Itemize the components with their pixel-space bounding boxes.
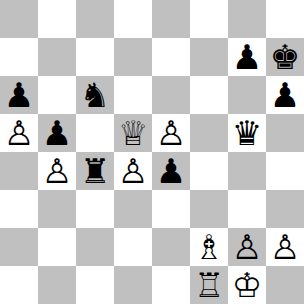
- square-c3[interactable]: [76, 190, 114, 228]
- white-queen[interactable]: ♕: [118, 114, 148, 152]
- square-a5[interactable]: ♙: [0, 114, 38, 152]
- square-a6[interactable]: ♟: [0, 76, 38, 114]
- black-knight[interactable]: ♞: [80, 76, 110, 114]
- square-c4[interactable]: ♜: [76, 152, 114, 190]
- square-g2[interactable]: ♙: [228, 228, 266, 266]
- square-e7[interactable]: [152, 38, 190, 76]
- square-g4[interactable]: [228, 152, 266, 190]
- square-h8[interactable]: [266, 0, 304, 38]
- square-f6[interactable]: [190, 76, 228, 114]
- square-g5[interactable]: ♛: [228, 114, 266, 152]
- square-d2[interactable]: [114, 228, 152, 266]
- white-pawn[interactable]: ♙: [42, 152, 72, 190]
- white-pawn[interactable]: ♙: [270, 228, 300, 266]
- square-c2[interactable]: [76, 228, 114, 266]
- square-f1[interactable]: ♖: [190, 266, 228, 304]
- square-b3[interactable]: [38, 190, 76, 228]
- square-g3[interactable]: [228, 190, 266, 228]
- square-b6[interactable]: [38, 76, 76, 114]
- square-d5[interactable]: ♕: [114, 114, 152, 152]
- square-d3[interactable]: [114, 190, 152, 228]
- square-f5[interactable]: [190, 114, 228, 152]
- square-h7[interactable]: ♚: [266, 38, 304, 76]
- square-f7[interactable]: [190, 38, 228, 76]
- square-g8[interactable]: [228, 0, 266, 38]
- square-e3[interactable]: [152, 190, 190, 228]
- square-h2[interactable]: ♙: [266, 228, 304, 266]
- square-h3[interactable]: [266, 190, 304, 228]
- square-e1[interactable]: [152, 266, 190, 304]
- square-c6[interactable]: ♞: [76, 76, 114, 114]
- square-f4[interactable]: [190, 152, 228, 190]
- square-f8[interactable]: [190, 0, 228, 38]
- square-h4[interactable]: [266, 152, 304, 190]
- black-queen[interactable]: ♛: [232, 114, 262, 152]
- square-e5[interactable]: ♙: [152, 114, 190, 152]
- white-pawn[interactable]: ♙: [156, 114, 186, 152]
- black-rook[interactable]: ♜: [80, 152, 110, 190]
- square-f3[interactable]: [190, 190, 228, 228]
- square-b7[interactable]: [38, 38, 76, 76]
- black-king[interactable]: ♚: [270, 38, 300, 76]
- square-f2[interactable]: ♗: [190, 228, 228, 266]
- square-d4[interactable]: ♙: [114, 152, 152, 190]
- square-c5[interactable]: [76, 114, 114, 152]
- square-a4[interactable]: [0, 152, 38, 190]
- square-e4[interactable]: ♟: [152, 152, 190, 190]
- white-pawn[interactable]: ♙: [232, 228, 262, 266]
- square-e8[interactable]: [152, 0, 190, 38]
- square-c7[interactable]: [76, 38, 114, 76]
- square-b4[interactable]: ♙: [38, 152, 76, 190]
- square-b2[interactable]: [38, 228, 76, 266]
- square-a1[interactable]: [0, 266, 38, 304]
- square-d6[interactable]: [114, 76, 152, 114]
- white-pawn[interactable]: ♙: [118, 152, 148, 190]
- square-a7[interactable]: [0, 38, 38, 76]
- square-h5[interactable]: [266, 114, 304, 152]
- white-king[interactable]: ♔: [232, 266, 262, 304]
- square-g7[interactable]: ♟: [228, 38, 266, 76]
- chess-board: ♟♚♟♞♟♙♟♕♙♛♙♜♙♟♗♙♙♖♔: [0, 0, 304, 304]
- square-h1[interactable]: [266, 266, 304, 304]
- square-g6[interactable]: [228, 76, 266, 114]
- square-d8[interactable]: [114, 0, 152, 38]
- white-bishop[interactable]: ♗: [194, 228, 224, 266]
- square-a2[interactable]: [0, 228, 38, 266]
- square-h6[interactable]: ♟: [266, 76, 304, 114]
- square-g1[interactable]: ♔: [228, 266, 266, 304]
- white-rook[interactable]: ♖: [194, 266, 224, 304]
- black-pawn[interactable]: ♟: [4, 76, 34, 114]
- black-pawn[interactable]: ♟: [42, 114, 72, 152]
- square-d1[interactable]: [114, 266, 152, 304]
- black-pawn[interactable]: ♟: [270, 76, 300, 114]
- square-b5[interactable]: ♟: [38, 114, 76, 152]
- square-a8[interactable]: [0, 0, 38, 38]
- square-c1[interactable]: [76, 266, 114, 304]
- black-pawn[interactable]: ♟: [232, 38, 262, 76]
- square-e6[interactable]: [152, 76, 190, 114]
- square-e2[interactable]: [152, 228, 190, 266]
- square-a3[interactable]: [0, 190, 38, 228]
- square-d7[interactable]: [114, 38, 152, 76]
- white-pawn[interactable]: ♙: [4, 114, 34, 152]
- black-pawn[interactable]: ♟: [156, 152, 186, 190]
- square-b8[interactable]: [38, 0, 76, 38]
- square-b1[interactable]: [38, 266, 76, 304]
- square-c8[interactable]: [76, 0, 114, 38]
